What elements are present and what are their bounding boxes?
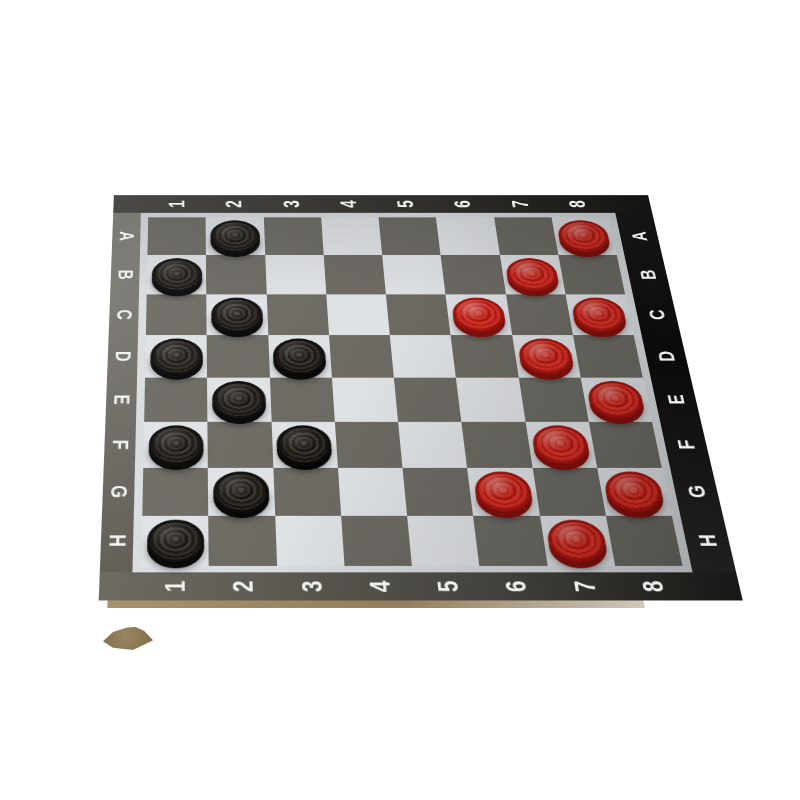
square-G7[interactable] (532, 468, 606, 516)
square-G6[interactable] (467, 468, 539, 516)
square-F2[interactable] (208, 422, 273, 468)
coord-top-6: 6 (447, 186, 480, 222)
playing-field (132, 213, 692, 573)
square-B3[interactable] (265, 255, 326, 294)
board-grid (141, 217, 682, 565)
square-E6[interactable] (456, 378, 525, 422)
square-E7[interactable] (518, 378, 588, 422)
coord-top-7: 7 (504, 186, 538, 222)
coord-bottom-5: 5 (427, 561, 470, 612)
coord-right-A: A (607, 224, 671, 248)
coord-bottom-2: 2 (224, 561, 262, 612)
square-F5[interactable] (398, 422, 467, 468)
square-B5[interactable] (382, 255, 446, 294)
square-H6[interactable] (473, 516, 547, 566)
black-checker-H1[interactable] (146, 520, 203, 562)
bottom-coordinates: 12345678 (141, 572, 690, 600)
square-D2[interactable] (207, 335, 270, 377)
black-checker-E2[interactable] (212, 381, 266, 418)
square-B4[interactable] (323, 255, 385, 294)
coord-top-2: 2 (220, 186, 248, 222)
red-checker-H7[interactable] (545, 520, 609, 562)
coord-right-D: D (632, 343, 700, 370)
coord-top-3: 3 (277, 186, 306, 222)
coord-right-F: F (650, 430, 721, 459)
square-A6[interactable] (436, 217, 499, 255)
square-F8[interactable] (589, 422, 662, 468)
square-E1[interactable] (144, 378, 207, 422)
square-C3[interactable] (266, 294, 329, 335)
square-A5[interactable] (379, 217, 441, 255)
square-C7[interactable] (506, 294, 573, 335)
coord-left-C: C (93, 305, 155, 324)
coord-right-G: G (660, 476, 733, 506)
square-G8[interactable] (597, 468, 672, 516)
coord-right-H: H (670, 525, 745, 557)
square-A7[interactable] (494, 217, 558, 255)
black-checker-F1[interactable] (148, 425, 203, 464)
coord-right-E: E (641, 386, 711, 414)
coord-right-B: B (615, 262, 681, 287)
square-F3[interactable] (271, 422, 338, 468)
square-D7[interactable] (512, 335, 581, 377)
coord-left-G: G (85, 480, 152, 503)
square-F6[interactable] (462, 422, 533, 468)
coord-right-C: C (623, 302, 690, 328)
square-H7[interactable] (539, 516, 614, 566)
black-checker-C2[interactable] (211, 298, 263, 332)
square-C8[interactable] (565, 294, 633, 335)
square-H3[interactable] (275, 516, 345, 566)
coord-bottom-3: 3 (292, 561, 332, 612)
red-checker-A8[interactable] (556, 220, 612, 252)
square-F1[interactable] (143, 422, 208, 468)
red-checker-C8[interactable] (570, 298, 628, 332)
square-E4[interactable] (332, 378, 398, 422)
coord-top-4: 4 (334, 186, 365, 222)
square-F7[interactable] (525, 422, 597, 468)
coord-top-5: 5 (390, 186, 422, 222)
black-checker-D1[interactable] (150, 339, 203, 375)
square-C6[interactable] (446, 294, 512, 335)
square-C2[interactable] (206, 294, 267, 335)
top-coordinates: 12345678 (148, 195, 608, 212)
square-C1[interactable] (146, 294, 207, 335)
square-H2[interactable] (208, 516, 276, 566)
square-A1[interactable] (147, 217, 206, 255)
square-E3[interactable] (269, 378, 334, 422)
square-F4[interactable] (335, 422, 403, 468)
checkers-board-mat: 12345678 12345678 ABCDEFGH ABCDEFGH (99, 195, 743, 600)
square-H4[interactable] (341, 516, 412, 566)
coord-left-F: F (87, 434, 153, 456)
cardboard-fragment (103, 627, 153, 650)
square-H5[interactable] (407, 516, 479, 566)
square-E2[interactable] (207, 378, 271, 422)
black-checker-G2[interactable] (213, 472, 270, 512)
square-A2[interactable] (206, 217, 265, 255)
coord-left-H: H (83, 529, 151, 553)
red-checker-D7[interactable] (517, 339, 575, 375)
red-checker-B7[interactable] (504, 258, 560, 291)
coord-top-8: 8 (560, 186, 595, 222)
square-A3[interactable] (263, 217, 323, 255)
red-checker-E8[interactable] (586, 381, 647, 418)
square-B7[interactable] (499, 255, 565, 294)
square-G4[interactable] (338, 468, 407, 516)
black-checker-A2[interactable] (210, 220, 260, 252)
coord-left-E: E (89, 389, 153, 410)
square-D6[interactable] (451, 335, 518, 377)
coord-top-1: 1 (163, 186, 191, 222)
square-D1[interactable] (145, 335, 207, 377)
black-checker-B1[interactable] (151, 258, 202, 291)
coord-bottom-4: 4 (359, 561, 400, 612)
square-B8[interactable] (558, 255, 625, 294)
square-A8[interactable] (551, 217, 617, 255)
red-checker-F7[interactable] (530, 425, 591, 464)
red-checker-G6[interactable] (473, 472, 534, 512)
square-G2[interactable] (208, 468, 275, 516)
coord-bottom-1: 1 (156, 561, 194, 612)
square-D4[interactable] (329, 335, 394, 377)
square-E8[interactable] (580, 378, 652, 422)
square-H8[interactable] (606, 516, 683, 566)
square-B6[interactable] (441, 255, 506, 294)
square-D5[interactable] (390, 335, 456, 377)
square-G3[interactable] (273, 468, 341, 516)
square-B1[interactable] (147, 255, 207, 294)
photo-background: 12345678 12345678 ABCDEFGH ABCDEFGH (0, 0, 800, 800)
square-D3[interactable] (268, 335, 332, 377)
square-C4[interactable] (326, 294, 390, 335)
red-checker-G8[interactable] (602, 472, 666, 512)
square-C5[interactable] (386, 294, 451, 335)
black-checker-F3[interactable] (276, 425, 333, 464)
square-H1[interactable] (141, 516, 209, 566)
square-G1[interactable] (142, 468, 208, 516)
square-B2[interactable] (206, 255, 266, 294)
coord-left-B: B (95, 265, 156, 284)
coord-bottom-6: 6 (494, 561, 538, 612)
square-G5[interactable] (403, 468, 474, 516)
square-E5[interactable] (394, 378, 462, 422)
square-A4[interactable] (321, 217, 382, 255)
coord-left-D: D (91, 346, 154, 366)
square-D8[interactable] (573, 335, 643, 377)
coord-left-A: A (97, 227, 156, 245)
red-checker-C6[interactable] (451, 298, 507, 332)
black-checker-D3[interactable] (273, 339, 327, 375)
